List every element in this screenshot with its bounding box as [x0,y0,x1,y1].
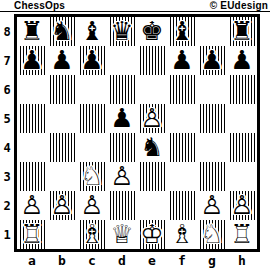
rank-label-1: 1 [0,220,14,249]
piece-black-pawn[interactable]: ♟ [77,46,107,75]
square-g7[interactable]: ♟♟ [197,46,227,75]
piece-white-queen[interactable]: ♕ [107,220,137,249]
square-d7[interactable] [107,46,137,75]
rank-label-2: 2 [0,191,14,220]
square-d2[interactable] [107,191,137,220]
square-g3[interactable] [197,162,227,191]
square-h4[interactable] [227,133,257,162]
square-e4[interactable]: ♞♞ [137,133,167,162]
square-h7[interactable]: ♟♟ [227,46,257,75]
file-label-c: c [77,252,107,269]
piece-white-pawn[interactable]: ♙ [197,191,227,220]
file-label-b: b [47,252,77,269]
square-a5[interactable] [17,104,47,133]
square-a2[interactable]: ♟♙ [17,191,47,220]
square-b2[interactable]: ♟♙ [47,191,77,220]
square-a7[interactable]: ♟♟ [17,46,47,75]
piece-white-pawn[interactable]: ♙ [17,191,47,220]
piece-black-knight[interactable]: ♞ [47,17,77,46]
square-f1[interactable]: ♝♗ [167,220,197,249]
title-bar: ChessOps © EUdesign [0,0,270,12]
piece-black-king[interactable]: ♚ [137,17,167,46]
square-e5[interactable]: ♟♙ [137,104,167,133]
square-g1[interactable]: ♞♘ [197,220,227,249]
square-c5[interactable] [77,104,107,133]
piece-white-pawn[interactable]: ♙ [47,191,77,220]
square-b3[interactable] [47,162,77,191]
piece-black-pawn[interactable]: ♟ [167,46,197,75]
rank-label-5: 5 [0,104,14,133]
file-label-a: a [17,252,47,269]
square-h3[interactable] [227,162,257,191]
square-h6[interactable] [227,75,257,104]
square-e8[interactable]: ♚♚ [137,17,167,46]
piece-black-pawn[interactable]: ♟ [47,46,77,75]
square-f7[interactable]: ♟♟ [167,46,197,75]
square-b8[interactable]: ♞♞ [47,17,77,46]
square-f5[interactable] [167,104,197,133]
square-d3[interactable]: ♟♙ [107,162,137,191]
square-d5[interactable]: ♟♟ [107,104,137,133]
square-c2[interactable]: ♟♙ [77,191,107,220]
chess-board: ♜♜♞♞♝♝♛♛♚♚♝♝♜♜♟♟♟♟♟♟♟♟♟♟♟♟♟♟♟♙♞♞♞♘♟♙♟♙♟♙… [14,14,260,252]
square-b7[interactable]: ♟♟ [47,46,77,75]
square-a8[interactable]: ♜♜ [17,17,47,46]
piece-black-pawn[interactable]: ♟ [107,104,137,133]
square-e2[interactable] [137,191,167,220]
file-label-d: d [107,252,137,269]
square-g6[interactable] [197,75,227,104]
square-h2[interactable]: ♟♙ [227,191,257,220]
square-d6[interactable] [107,75,137,104]
piece-white-king[interactable]: ♔ [137,220,167,249]
square-g4[interactable] [197,133,227,162]
piece-white-rook[interactable]: ♖ [227,220,257,249]
square-a4[interactable] [17,133,47,162]
file-label-e: e [137,252,167,269]
piece-black-queen[interactable]: ♛ [107,17,137,46]
square-e6[interactable] [137,75,167,104]
square-h8[interactable]: ♜♜ [227,17,257,46]
piece-black-rook[interactable]: ♜ [227,17,257,46]
square-f4[interactable] [167,133,197,162]
piece-white-rook[interactable]: ♖ [17,220,47,249]
square-d1[interactable]: ♛♕ [107,220,137,249]
square-b4[interactable] [47,133,77,162]
piece-black-bishop[interactable]: ♝ [167,17,197,46]
square-b5[interactable] [47,104,77,133]
credit-text: © EUdesign [210,0,268,11]
square-e3[interactable] [137,162,167,191]
chessops-window: ChessOps © EUdesign 87654321 ♜♜♞♞♝♝♛♛♚♚♝… [0,0,270,270]
square-b1[interactable] [47,220,77,249]
file-label-f: f [167,252,197,269]
piece-black-pawn[interactable]: ♟ [17,46,47,75]
file-label-g: g [197,252,227,269]
board-area: 87654321 ♜♜♞♞♝♝♛♛♚♚♝♝♜♜♟♟♟♟♟♟♟♟♟♟♟♟♟♟♟♙♞… [0,14,270,252]
square-c6[interactable] [77,75,107,104]
square-f6[interactable] [167,75,197,104]
piece-black-knight[interactable]: ♞ [137,133,167,162]
rank-label-4: 4 [0,133,14,162]
piece-black-pawn[interactable]: ♟ [197,46,227,75]
piece-white-bishop[interactable]: ♗ [77,220,107,249]
square-h5[interactable] [227,104,257,133]
square-a1[interactable]: ♜♖ [17,220,47,249]
piece-white-pawn[interactable]: ♙ [107,162,137,191]
square-c7[interactable]: ♟♟ [77,46,107,75]
piece-white-pawn[interactable]: ♙ [77,191,107,220]
square-c4[interactable] [77,133,107,162]
rank-label-7: 7 [0,46,14,75]
square-d4[interactable] [107,133,137,162]
rank-label-8: 8 [0,17,14,46]
square-b6[interactable] [47,75,77,104]
app-title: ChessOps [14,0,65,11]
piece-white-bishop[interactable]: ♗ [167,220,197,249]
square-f8[interactable]: ♝♝ [167,17,197,46]
square-a3[interactable] [17,162,47,191]
square-d8[interactable]: ♛♛ [107,17,137,46]
rank-labels: 87654321 [0,14,14,252]
piece-white-knight[interactable]: ♘ [197,220,227,249]
square-h1[interactable]: ♜♖ [227,220,257,249]
piece-white-pawn[interactable]: ♙ [227,191,257,220]
square-g8[interactable] [197,17,227,46]
file-label-h: h [227,252,257,269]
square-e7[interactable] [137,46,167,75]
piece-white-pawn[interactable]: ♙ [137,104,167,133]
piece-black-rook[interactable]: ♜ [17,17,47,46]
rank-label-6: 6 [0,75,14,104]
file-labels: abcdefgh [17,252,270,269]
square-c1[interactable]: ♝♗ [77,220,107,249]
square-f3[interactable] [167,162,197,191]
square-e1[interactable]: ♚♔ [137,220,167,249]
piece-black-bishop[interactable]: ♝ [77,17,107,46]
square-a6[interactable] [17,75,47,104]
square-f2[interactable] [167,191,197,220]
square-g2[interactable]: ♟♙ [197,191,227,220]
rank-label-3: 3 [0,162,14,191]
piece-black-pawn[interactable]: ♟ [227,46,257,75]
piece-white-knight[interactable]: ♘ [77,162,107,191]
square-c8[interactable]: ♝♝ [77,17,107,46]
square-c3[interactable]: ♞♘ [77,162,107,191]
square-g5[interactable] [197,104,227,133]
